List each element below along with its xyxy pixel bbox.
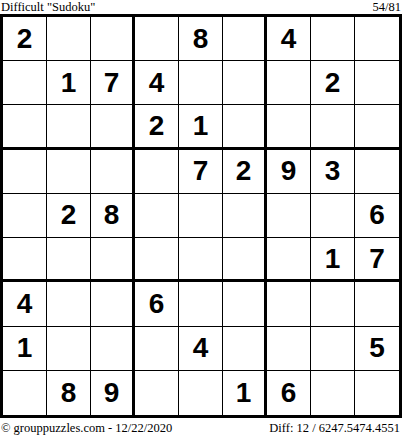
given-digit: 4 xyxy=(17,290,33,318)
cell-r2c4[interactable]: 4 xyxy=(135,61,179,105)
cell-r2c1[interactable] xyxy=(3,61,47,105)
given-digit: 4 xyxy=(281,25,297,53)
given-digit: 1 xyxy=(325,245,341,273)
cell-r1c5[interactable]: 8 xyxy=(179,17,223,61)
given-digit: 7 xyxy=(104,69,120,97)
given-digit: 1 xyxy=(193,112,209,140)
cell-r7c7[interactable] xyxy=(267,282,311,326)
cell-r9c9[interactable] xyxy=(355,371,399,415)
given-digit: 3 xyxy=(325,157,341,185)
cell-r6c2[interactable] xyxy=(47,238,91,282)
cell-r4c3[interactable] xyxy=(91,150,135,194)
cell-r6c6[interactable] xyxy=(223,238,267,282)
cell-r9c7[interactable]: 6 xyxy=(267,371,311,415)
difficulty-text: Diff: 12 / 6247.5474.4551 xyxy=(269,421,400,436)
given-digit: 4 xyxy=(149,69,165,97)
cell-r1c4[interactable] xyxy=(135,17,179,61)
cell-r8c7[interactable] xyxy=(267,327,311,371)
cell-r9c1[interactable] xyxy=(3,371,47,415)
sudoku-board: 284174221729328617461458916 xyxy=(0,14,402,418)
cell-r7c6[interactable] xyxy=(223,282,267,326)
given-digit: 5 xyxy=(369,334,385,362)
given-digit: 1 xyxy=(236,379,252,407)
cell-r2c7[interactable] xyxy=(267,61,311,105)
empty-cell-counter: 54/81 xyxy=(373,1,401,14)
cell-r9c2[interactable]: 8 xyxy=(47,371,91,415)
cell-r7c2[interactable] xyxy=(47,282,91,326)
cell-r8c2[interactable] xyxy=(47,327,91,371)
cell-r1c8[interactable] xyxy=(311,17,355,61)
cell-r8c1[interactable]: 1 xyxy=(3,327,47,371)
given-digit: 2 xyxy=(149,112,165,140)
cell-r7c9[interactable] xyxy=(355,282,399,326)
cell-r3c4[interactable]: 2 xyxy=(135,105,179,149)
cell-r8c8[interactable] xyxy=(311,327,355,371)
cell-r1c1[interactable]: 2 xyxy=(3,17,47,61)
cell-r8c5[interactable]: 4 xyxy=(179,327,223,371)
cell-r4c1[interactable] xyxy=(3,150,47,194)
sudoku-page: Difficult "Sudoku" 54/81 284174221729328… xyxy=(0,0,402,437)
cell-r4c6[interactable]: 2 xyxy=(223,150,267,194)
cell-r6c8[interactable]: 1 xyxy=(311,238,355,282)
cell-r4c5[interactable]: 7 xyxy=(179,150,223,194)
cell-r9c4[interactable] xyxy=(135,371,179,415)
cell-r6c7[interactable] xyxy=(267,238,311,282)
cell-r6c1[interactable] xyxy=(3,238,47,282)
cell-r1c3[interactable] xyxy=(91,17,135,61)
cell-r5c9[interactable]: 6 xyxy=(355,194,399,238)
given-digit: 6 xyxy=(281,379,297,407)
cell-r8c6[interactable] xyxy=(223,327,267,371)
cell-r5c4[interactable] xyxy=(135,194,179,238)
given-digit: 7 xyxy=(369,245,385,273)
cell-r7c5[interactable] xyxy=(179,282,223,326)
given-digit: 2 xyxy=(61,201,77,229)
cell-r7c4[interactable]: 6 xyxy=(135,282,179,326)
cell-r4c8[interactable]: 3 xyxy=(311,150,355,194)
given-digit: 1 xyxy=(17,334,33,362)
cell-r1c9[interactable] xyxy=(355,17,399,61)
cell-r2c5[interactable] xyxy=(179,61,223,105)
given-digit: 4 xyxy=(193,334,209,362)
cell-r6c9[interactable]: 7 xyxy=(355,238,399,282)
cell-r1c7[interactable]: 4 xyxy=(267,17,311,61)
cell-r1c6[interactable] xyxy=(223,17,267,61)
cell-r4c7[interactable]: 9 xyxy=(267,150,311,194)
given-digit: 6 xyxy=(149,290,165,318)
cell-r9c6[interactable]: 1 xyxy=(223,371,267,415)
puzzle-title: Difficult "Sudoku" xyxy=(1,1,95,14)
header: Difficult "Sudoku" 54/81 xyxy=(0,0,402,14)
cell-r5c1[interactable] xyxy=(3,194,47,238)
cell-r8c3[interactable] xyxy=(91,327,135,371)
footer: © grouppuzzles.com - 12/22/2020 Diff: 12… xyxy=(0,418,402,437)
cell-r3c7[interactable] xyxy=(267,105,311,149)
given-digit: 2 xyxy=(236,157,252,185)
cell-r3c3[interactable] xyxy=(91,105,135,149)
cell-r3c2[interactable] xyxy=(47,105,91,149)
cell-r3c9[interactable] xyxy=(355,105,399,149)
cell-r5c7[interactable] xyxy=(267,194,311,238)
cell-r2c3[interactable]: 7 xyxy=(91,61,135,105)
cell-r9c3[interactable]: 9 xyxy=(91,371,135,415)
cell-r6c4[interactable] xyxy=(135,238,179,282)
cell-r3c5[interactable]: 1 xyxy=(179,105,223,149)
cell-r3c8[interactable] xyxy=(311,105,355,149)
cell-r6c3[interactable] xyxy=(91,238,135,282)
cell-r5c5[interactable] xyxy=(179,194,223,238)
cell-r5c6[interactable] xyxy=(223,194,267,238)
cell-r9c8[interactable] xyxy=(311,371,355,415)
given-digit: 1 xyxy=(61,69,77,97)
cell-r3c6[interactable] xyxy=(223,105,267,149)
copyright-text: © grouppuzzles.com - 12/22/2020 xyxy=(1,421,172,436)
cell-r2c6[interactable] xyxy=(223,61,267,105)
given-digit: 6 xyxy=(369,201,385,229)
cell-r8c4[interactable] xyxy=(135,327,179,371)
cell-r5c8[interactable] xyxy=(311,194,355,238)
cell-r5c2[interactable]: 2 xyxy=(47,194,91,238)
given-digit: 2 xyxy=(17,25,33,53)
given-digit: 9 xyxy=(104,379,120,407)
given-digit: 7 xyxy=(193,157,209,185)
given-digit: 9 xyxy=(281,157,297,185)
given-digit: 8 xyxy=(193,25,209,53)
cell-r7c3[interactable] xyxy=(91,282,135,326)
cell-r3c1[interactable] xyxy=(3,105,47,149)
cell-r4c2[interactable] xyxy=(47,150,91,194)
cell-r9c5[interactable] xyxy=(179,371,223,415)
cell-r2c9[interactable] xyxy=(355,61,399,105)
cell-r7c8[interactable] xyxy=(311,282,355,326)
given-digit: 8 xyxy=(61,379,77,407)
cell-r1c2[interactable] xyxy=(47,17,91,61)
cell-r5c3[interactable]: 8 xyxy=(91,194,135,238)
cell-r4c9[interactable] xyxy=(355,150,399,194)
cell-r6c5[interactable] xyxy=(179,238,223,282)
cell-r7c1[interactable]: 4 xyxy=(3,282,47,326)
cell-r4c4[interactable] xyxy=(135,150,179,194)
cell-r2c8[interactable]: 2 xyxy=(311,61,355,105)
given-digit: 2 xyxy=(325,69,341,97)
cell-r8c9[interactable]: 5 xyxy=(355,327,399,371)
cell-r2c2[interactable]: 1 xyxy=(47,61,91,105)
given-digit: 8 xyxy=(104,201,120,229)
